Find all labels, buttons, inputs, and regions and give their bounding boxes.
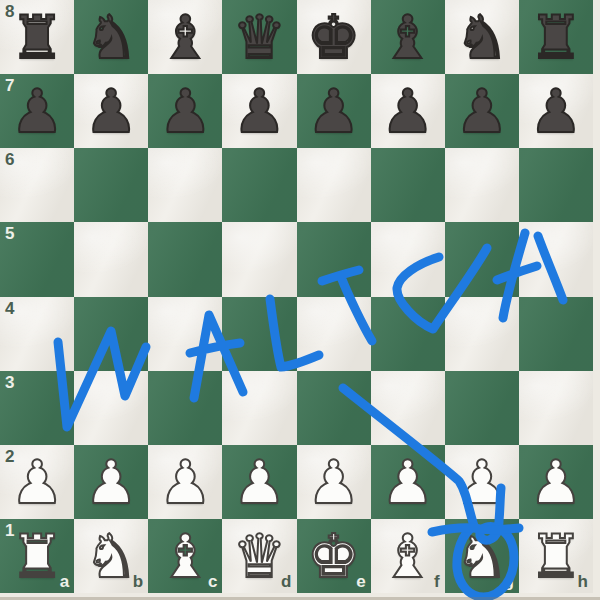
- square-f8[interactable]: ♝: [371, 0, 445, 74]
- square-a5[interactable]: 5: [0, 222, 74, 296]
- piece-black-pawn[interactable]: ♟: [455, 81, 509, 141]
- square-b3[interactable]: [74, 371, 148, 445]
- piece-black-rook[interactable]: ♜: [529, 7, 583, 67]
- square-e1[interactable]: e♚: [297, 519, 371, 593]
- square-c2[interactable]: ♟: [148, 445, 222, 519]
- coord-rank-7: 7: [5, 77, 14, 94]
- piece-white-knight[interactable]: ♞: [84, 526, 138, 586]
- square-c4[interactable]: [148, 297, 222, 371]
- square-a1[interactable]: 1a♜: [0, 519, 74, 593]
- piece-white-pawn[interactable]: ♟: [158, 452, 212, 512]
- coord-file-g: g: [503, 573, 513, 590]
- square-d1[interactable]: d♛: [222, 519, 296, 593]
- piece-black-rook[interactable]: ♜: [10, 7, 64, 67]
- square-f1[interactable]: f♝: [371, 519, 445, 593]
- coord-file-h: h: [578, 573, 588, 590]
- square-c7[interactable]: ♟: [148, 74, 222, 148]
- piece-black-knight[interactable]: ♞: [84, 7, 138, 67]
- square-e7[interactable]: ♟: [297, 74, 371, 148]
- coord-rank-1: 1: [5, 522, 14, 539]
- square-e4[interactable]: [297, 297, 371, 371]
- square-b8[interactable]: ♞: [74, 0, 148, 74]
- square-b4[interactable]: [74, 297, 148, 371]
- square-h1[interactable]: h♜: [519, 519, 593, 593]
- square-e3[interactable]: [297, 371, 371, 445]
- coord-file-e: e: [356, 573, 365, 590]
- square-g4[interactable]: [445, 297, 519, 371]
- square-b7[interactable]: ♟: [74, 74, 148, 148]
- coord-file-d: d: [281, 573, 291, 590]
- square-e2[interactable]: ♟: [297, 445, 371, 519]
- square-a4[interactable]: 4: [0, 297, 74, 371]
- coord-file-c: c: [208, 573, 217, 590]
- coord-rank-4: 4: [5, 300, 14, 317]
- square-f4[interactable]: [371, 297, 445, 371]
- square-h3[interactable]: [519, 371, 593, 445]
- square-d7[interactable]: ♟: [222, 74, 296, 148]
- square-f3[interactable]: [371, 371, 445, 445]
- coord-rank-8: 8: [5, 3, 14, 20]
- square-g3[interactable]: [445, 371, 519, 445]
- coord-file-a: a: [60, 573, 69, 590]
- square-h8[interactable]: ♜: [519, 0, 593, 74]
- piece-white-bishop[interactable]: ♝: [158, 526, 212, 586]
- piece-white-pawn[interactable]: ♟: [529, 452, 583, 512]
- coord-rank-5: 5: [5, 225, 14, 242]
- piece-white-pawn[interactable]: ♟: [381, 452, 435, 512]
- square-e8[interactable]: ♚: [297, 0, 371, 74]
- square-a2[interactable]: 2♟: [0, 445, 74, 519]
- piece-black-bishop[interactable]: ♝: [381, 7, 435, 67]
- square-d6[interactable]: [222, 148, 296, 222]
- square-e6[interactable]: [297, 148, 371, 222]
- coord-file-b: b: [133, 573, 143, 590]
- square-g2[interactable]: ♟: [445, 445, 519, 519]
- square-a8[interactable]: 8♜: [0, 0, 74, 74]
- square-h2[interactable]: ♟: [519, 445, 593, 519]
- piece-black-king[interactable]: ♚: [307, 7, 361, 67]
- square-h7[interactable]: ♟: [519, 74, 593, 148]
- square-b5[interactable]: [74, 222, 148, 296]
- square-b6[interactable]: [74, 148, 148, 222]
- square-a6[interactable]: 6: [0, 148, 74, 222]
- square-g1[interactable]: g♞: [445, 519, 519, 593]
- coord-rank-6: 6: [5, 151, 14, 168]
- square-d8[interactable]: ♛: [222, 0, 296, 74]
- chess-board: 8♜♞♝♛♚♝♞♜7♟♟♟♟♟♟♟♟65432♟♟♟♟♟♟♟♟1a♜b♞c♝d♛…: [0, 0, 593, 593]
- piece-white-bishop[interactable]: ♝: [381, 526, 435, 586]
- square-d2[interactable]: ♟: [222, 445, 296, 519]
- square-d4[interactable]: [222, 297, 296, 371]
- square-b2[interactable]: ♟: [74, 445, 148, 519]
- piece-black-pawn[interactable]: ♟: [158, 81, 212, 141]
- piece-white-queen[interactable]: ♛: [233, 526, 287, 586]
- square-h4[interactable]: [519, 297, 593, 371]
- square-c6[interactable]: [148, 148, 222, 222]
- square-a7[interactable]: 7♟: [0, 74, 74, 148]
- piece-black-pawn[interactable]: ♟: [84, 81, 138, 141]
- piece-black-pawn[interactable]: ♟: [10, 81, 64, 141]
- square-c3[interactable]: [148, 371, 222, 445]
- square-c8[interactable]: ♝: [148, 0, 222, 74]
- square-c5[interactable]: [148, 222, 222, 296]
- piece-white-knight[interactable]: ♞: [455, 526, 509, 586]
- chess-board-screenshot: 8♜♞♝♛♚♝♞♜7♟♟♟♟♟♟♟♟65432♟♟♟♟♟♟♟♟1a♜b♞c♝d♛…: [0, 0, 600, 600]
- square-d3[interactable]: [222, 371, 296, 445]
- square-h6[interactable]: [519, 148, 593, 222]
- square-f7[interactable]: ♟: [371, 74, 445, 148]
- piece-white-pawn[interactable]: ♟: [233, 452, 287, 512]
- coord-rank-2: 2: [5, 448, 14, 465]
- square-g6[interactable]: [445, 148, 519, 222]
- piece-black-knight[interactable]: ♞: [455, 7, 509, 67]
- square-a3[interactable]: 3: [0, 371, 74, 445]
- piece-white-pawn[interactable]: ♟: [84, 452, 138, 512]
- piece-white-pawn[interactable]: ♟: [307, 452, 361, 512]
- square-f2[interactable]: ♟: [371, 445, 445, 519]
- square-f6[interactable]: [371, 148, 445, 222]
- square-b1[interactable]: b♞: [74, 519, 148, 593]
- piece-white-pawn[interactable]: ♟: [10, 452, 64, 512]
- piece-white-pawn[interactable]: ♟: [455, 452, 509, 512]
- piece-black-pawn[interactable]: ♟: [529, 81, 583, 141]
- square-g7[interactable]: ♟: [445, 74, 519, 148]
- square-d5[interactable]: [222, 222, 296, 296]
- coord-file-f: f: [434, 573, 440, 590]
- piece-black-bishop[interactable]: ♝: [158, 7, 212, 67]
- piece-black-queen[interactable]: ♛: [233, 7, 287, 67]
- piece-black-pawn[interactable]: ♟: [307, 81, 361, 141]
- square-f5[interactable]: [371, 222, 445, 296]
- piece-white-king[interactable]: ♚: [307, 526, 361, 586]
- piece-black-pawn[interactable]: ♟: [381, 81, 435, 141]
- coord-rank-3: 3: [5, 374, 14, 391]
- square-h5[interactable]: [519, 222, 593, 296]
- piece-white-rook[interactable]: ♜: [10, 526, 64, 586]
- square-e5[interactable]: [297, 222, 371, 296]
- square-g8[interactable]: ♞: [445, 0, 519, 74]
- square-g5[interactable]: [445, 222, 519, 296]
- piece-black-pawn[interactable]: ♟: [233, 81, 287, 141]
- piece-white-rook[interactable]: ♜: [529, 526, 583, 586]
- square-c1[interactable]: c♝: [148, 519, 222, 593]
